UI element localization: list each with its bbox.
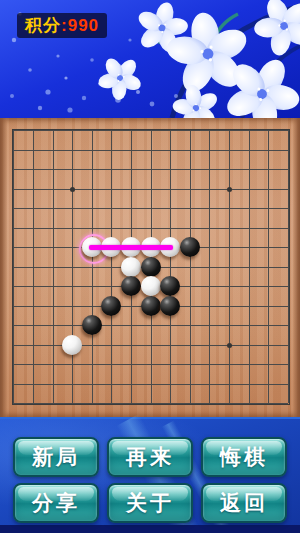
back-button[interactable]: 返回 <box>201 483 287 523</box>
header-background: 积分:990 <box>0 0 300 118</box>
board-right-edge <box>293 118 300 417</box>
grid-line <box>229 130 230 403</box>
score-badge: 积分:990 <box>17 13 107 38</box>
grid-line <box>249 130 250 403</box>
app-screen: 积分:990 新局 再来 悔棋 分享 关于 返回 <box>0 0 300 533</box>
black-stone <box>180 237 200 257</box>
grid-line <box>13 345 287 346</box>
grid-line <box>13 384 287 385</box>
black-stone <box>141 257 161 277</box>
grid-line <box>288 130 289 403</box>
black-stone <box>82 315 102 335</box>
white-stone <box>141 276 161 296</box>
black-stone <box>101 296 121 316</box>
black-stone <box>160 296 180 316</box>
new-game-button[interactable]: 新局 <box>13 437 99 477</box>
white-stone <box>121 257 141 277</box>
star-point <box>70 187 75 192</box>
share-button[interactable]: 分享 <box>13 483 99 523</box>
score-value: 990 <box>68 17 99 34</box>
undo-button[interactable]: 悔棋 <box>201 437 287 477</box>
black-stone <box>141 296 161 316</box>
white-stone <box>62 335 82 355</box>
grid-line <box>170 130 171 403</box>
grid-line <box>13 325 287 326</box>
again-button[interactable]: 再来 <box>107 437 193 477</box>
star-point <box>227 343 232 348</box>
score-separator: : <box>61 17 68 34</box>
grid-line <box>190 130 191 403</box>
button-panel: 新局 再来 悔棋 分享 关于 返回 <box>0 437 300 523</box>
board[interactable] <box>0 118 300 417</box>
score-label: 积分 <box>25 17 61 34</box>
bottom-bar <box>0 525 300 533</box>
grid-line <box>13 364 287 365</box>
grid-line <box>209 130 210 403</box>
grid-line <box>13 403 287 404</box>
board-left-edge <box>0 118 7 417</box>
footer-background: 新局 再来 悔棋 分享 关于 返回 <box>0 417 300 533</box>
about-button[interactable]: 关于 <box>107 483 193 523</box>
star-point <box>227 187 232 192</box>
grid-line <box>268 130 269 403</box>
win-line <box>89 245 173 250</box>
